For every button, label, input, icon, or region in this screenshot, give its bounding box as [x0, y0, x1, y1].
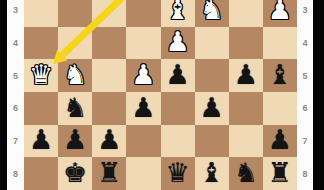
square-h5[interactable]: ♛: [24, 59, 58, 92]
rank-label-4: 4: [7, 27, 24, 60]
square-d6[interactable]: [161, 92, 195, 125]
square-b3[interactable]: [229, 0, 263, 27]
square-b6[interactable]: [229, 92, 263, 125]
piece-white-knight-c3[interactable]: ♞: [200, 0, 224, 23]
square-e8[interactable]: [126, 157, 160, 190]
square-d8[interactable]: ♛: [161, 157, 195, 190]
rank-label-4: 4: [297, 27, 313, 60]
rank-labels-left: 345678: [7, 0, 24, 190]
square-c5[interactable]: [195, 59, 229, 92]
square-d5[interactable]: ♟: [161, 59, 195, 92]
rank-label-8: 8: [7, 157, 24, 190]
square-e4[interactable]: [126, 27, 160, 60]
piece-black-pawn-c6[interactable]: ♟: [200, 94, 224, 121]
square-h7[interactable]: ♟: [24, 125, 58, 158]
piece-white-queen-h5[interactable]: ♛: [29, 61, 53, 88]
square-h6[interactable]: [24, 92, 58, 125]
square-f4[interactable]: [92, 27, 126, 60]
piece-black-rook-a8[interactable]: ♜: [268, 159, 292, 186]
piece-black-knight-g6[interactable]: ♞: [63, 94, 87, 121]
piece-white-pawn-d4[interactable]: ♟: [165, 28, 189, 55]
square-f3[interactable]: [92, 0, 126, 27]
chess-board[interactable]: ♝♞♟♟♛♞♟♟♟♝♞♟♟♟♟♟♟♚♜♛♝♞♜: [24, 0, 297, 190]
rank-label-8: 8: [297, 157, 313, 190]
rank-label-6: 6: [297, 92, 313, 125]
square-d4[interactable]: ♟: [161, 27, 195, 60]
square-c7[interactable]: [195, 125, 229, 158]
square-a8[interactable]: ♜: [263, 157, 297, 190]
piece-black-pawn-a7[interactable]: ♟: [268, 126, 292, 153]
square-a4[interactable]: [263, 27, 297, 60]
rank-label-5: 5: [7, 59, 24, 92]
piece-white-pawn-a3[interactable]: ♟: [268, 0, 292, 23]
piece-white-bishop-d3[interactable]: ♝: [165, 0, 189, 23]
piece-black-pawn-e6[interactable]: ♟: [131, 94, 155, 121]
rank-label-3: 3: [7, 0, 24, 27]
square-c8[interactable]: ♝: [195, 157, 229, 190]
square-g5[interactable]: ♞: [58, 59, 92, 92]
square-c6[interactable]: ♟: [195, 92, 229, 125]
square-b7[interactable]: [229, 125, 263, 158]
piece-black-king-g8[interactable]: ♚: [63, 159, 87, 186]
left-letterbox-bar: [0, 0, 7, 190]
square-b8[interactable]: ♞: [229, 157, 263, 190]
square-b5[interactable]: ♟: [229, 59, 263, 92]
square-f6[interactable]: [92, 92, 126, 125]
piece-black-bishop-a5[interactable]: ♝: [268, 61, 292, 88]
square-h8[interactable]: [24, 157, 58, 190]
square-g7[interactable]: ♟: [58, 125, 92, 158]
square-g4[interactable]: [58, 27, 92, 60]
square-f8[interactable]: ♜: [92, 157, 126, 190]
rank-label-5: 5: [297, 59, 313, 92]
square-e3[interactable]: [126, 0, 160, 27]
piece-black-pawn-f7[interactable]: ♟: [97, 126, 121, 153]
piece-white-knight-g5[interactable]: ♞: [63, 61, 87, 88]
square-d3[interactable]: ♝: [161, 0, 195, 27]
rank-label-7: 7: [7, 125, 24, 158]
square-g3[interactable]: [58, 0, 92, 27]
square-e7[interactable]: [126, 125, 160, 158]
rank-label-7: 7: [297, 125, 313, 158]
square-a3[interactable]: ♟: [263, 0, 297, 27]
square-c4[interactable]: [195, 27, 229, 60]
square-d7[interactable]: [161, 125, 195, 158]
square-h3[interactable]: [24, 0, 58, 27]
piece-black-pawn-h7[interactable]: ♟: [29, 126, 53, 153]
square-g8[interactable]: ♚: [58, 157, 92, 190]
square-e6[interactable]: ♟: [126, 92, 160, 125]
square-a5[interactable]: ♝: [263, 59, 297, 92]
rank-labels-right: 345678: [297, 0, 313, 190]
piece-white-pawn-e5[interactable]: ♟: [131, 61, 155, 88]
square-f5[interactable]: [92, 59, 126, 92]
square-a6[interactable]: [263, 92, 297, 125]
right-letterbox-bar: [313, 0, 324, 190]
square-b4[interactable]: [229, 27, 263, 60]
video-frame: 345678 ♝♞♟♟♛♞♟♟♟♝♞♟♟♟♟♟♟♚♜♛♝♞♜ 345678: [0, 0, 324, 190]
square-c3[interactable]: ♞: [195, 0, 229, 27]
rank-label-3: 3: [297, 0, 313, 27]
square-h4[interactable]: [24, 27, 58, 60]
piece-black-knight-b8[interactable]: ♞: [234, 159, 258, 186]
piece-black-pawn-d5[interactable]: ♟: [165, 61, 189, 88]
piece-black-pawn-b5[interactable]: ♟: [234, 61, 258, 88]
rank-label-6: 6: [7, 92, 24, 125]
square-e5[interactable]: ♟: [126, 59, 160, 92]
square-a7[interactable]: ♟: [263, 125, 297, 158]
square-f7[interactable]: ♟: [92, 125, 126, 158]
piece-black-pawn-g7[interactable]: ♟: [63, 126, 87, 153]
piece-black-queen-d8[interactable]: ♛: [165, 159, 189, 186]
square-g6[interactable]: ♞: [58, 92, 92, 125]
piece-black-rook-f8[interactable]: ♜: [97, 159, 121, 186]
piece-black-bishop-c8[interactable]: ♝: [200, 159, 224, 186]
